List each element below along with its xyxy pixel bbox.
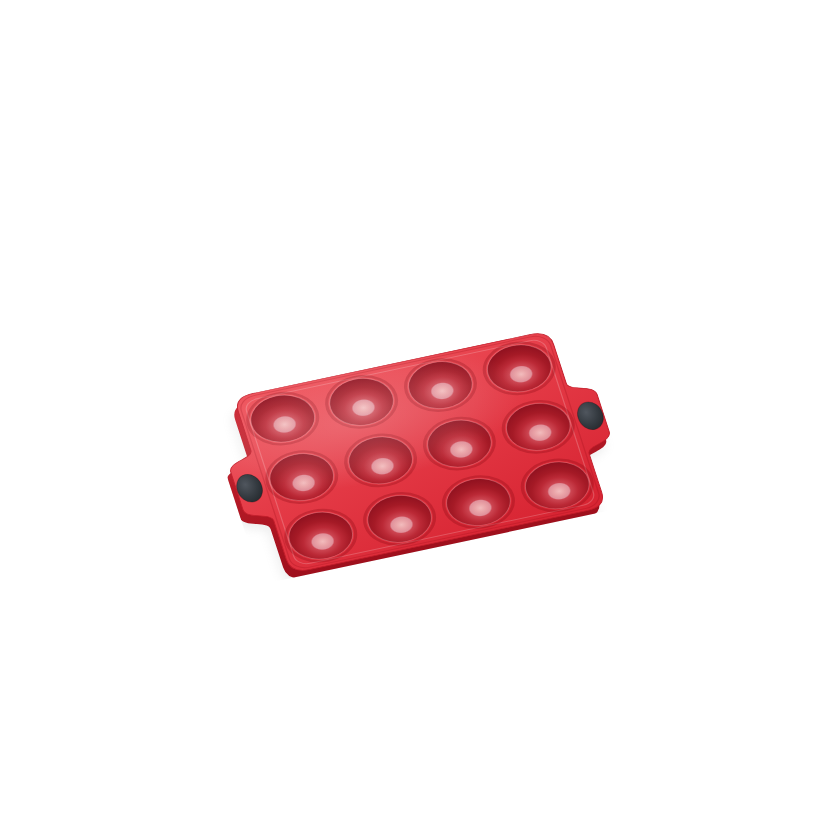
photo-description: Overhead angled product photo of a red 1… <box>0 0 1 1</box>
product-photo: Overhead angled product photo of a red 1… <box>0 0 840 840</box>
muffin-pan <box>202 320 638 585</box>
